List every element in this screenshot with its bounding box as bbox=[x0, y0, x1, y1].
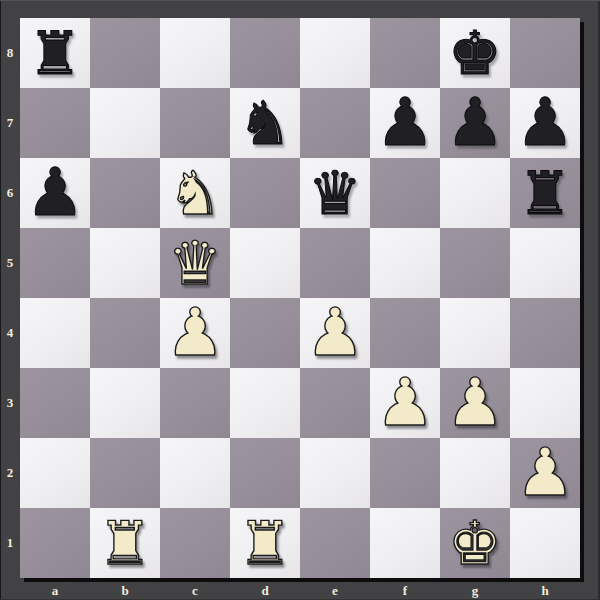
square-b3[interactable] bbox=[90, 368, 160, 438]
square-g3[interactable]: ♟ bbox=[440, 368, 510, 438]
square-g1[interactable]: ♚ bbox=[440, 508, 510, 578]
square-f5[interactable] bbox=[370, 228, 440, 298]
piece-white-king-g1[interactable]: ♚ bbox=[440, 508, 510, 578]
square-c3[interactable] bbox=[160, 368, 230, 438]
piece-white-rook-b1[interactable]: ♜ bbox=[90, 508, 160, 578]
square-d3[interactable] bbox=[230, 368, 300, 438]
square-e3[interactable] bbox=[300, 368, 370, 438]
piece-white-pawn-c4[interactable]: ♟ bbox=[160, 298, 230, 368]
piece-black-pawn-h7[interactable]: ♟ bbox=[510, 88, 580, 158]
square-h6[interactable]: ♜ bbox=[510, 158, 580, 228]
rank-label-3: 3 bbox=[0, 368, 20, 438]
square-b1[interactable]: ♜ bbox=[90, 508, 160, 578]
rank-labels: 87654321 bbox=[0, 18, 20, 578]
square-c5[interactable]: ♛ bbox=[160, 228, 230, 298]
square-g7[interactable]: ♟ bbox=[440, 88, 510, 158]
square-h1[interactable] bbox=[510, 508, 580, 578]
square-a1[interactable] bbox=[20, 508, 90, 578]
square-e7[interactable] bbox=[300, 88, 370, 158]
square-d2[interactable] bbox=[230, 438, 300, 508]
square-g2[interactable] bbox=[440, 438, 510, 508]
piece-white-rook-d1[interactable]: ♜ bbox=[230, 508, 300, 578]
piece-black-rook-a8[interactable]: ♜ bbox=[20, 18, 90, 88]
square-b5[interactable] bbox=[90, 228, 160, 298]
square-c6[interactable]: ♞ bbox=[160, 158, 230, 228]
square-f1[interactable] bbox=[370, 508, 440, 578]
piece-white-pawn-g3[interactable]: ♟ bbox=[440, 368, 510, 438]
square-f2[interactable] bbox=[370, 438, 440, 508]
square-b6[interactable] bbox=[90, 158, 160, 228]
square-a7[interactable] bbox=[20, 88, 90, 158]
square-a6[interactable]: ♟ bbox=[20, 158, 90, 228]
square-a3[interactable] bbox=[20, 368, 90, 438]
piece-black-knight-d7[interactable]: ♞ bbox=[230, 88, 300, 158]
square-c8[interactable] bbox=[160, 18, 230, 88]
square-g8[interactable]: ♚ bbox=[440, 18, 510, 88]
square-f3[interactable]: ♟ bbox=[370, 368, 440, 438]
file-labels: abcdefgh bbox=[20, 582, 580, 600]
square-d8[interactable] bbox=[230, 18, 300, 88]
file-label-g: g bbox=[440, 582, 510, 600]
square-e2[interactable] bbox=[300, 438, 370, 508]
file-label-f: f bbox=[370, 582, 440, 600]
piece-white-pawn-e4[interactable]: ♟ bbox=[300, 298, 370, 368]
square-c4[interactable]: ♟ bbox=[160, 298, 230, 368]
square-e6[interactable]: ♛ bbox=[300, 158, 370, 228]
square-g6[interactable] bbox=[440, 158, 510, 228]
board: ♜♚♞♟♟♟♟♞♛♜♛♟♟♟♟♟♜♜♚ bbox=[20, 18, 580, 578]
piece-white-knight-c6[interactable]: ♞ bbox=[160, 158, 230, 228]
rank-label-5: 5 bbox=[0, 228, 20, 298]
piece-black-pawn-f7[interactable]: ♟ bbox=[370, 88, 440, 158]
square-h7[interactable]: ♟ bbox=[510, 88, 580, 158]
square-f6[interactable] bbox=[370, 158, 440, 228]
square-b2[interactable] bbox=[90, 438, 160, 508]
piece-black-queen-e6[interactable]: ♛ bbox=[300, 158, 370, 228]
square-e4[interactable]: ♟ bbox=[300, 298, 370, 368]
square-a8[interactable]: ♜ bbox=[20, 18, 90, 88]
file-label-c: c bbox=[160, 582, 230, 600]
rank-label-7: 7 bbox=[0, 88, 20, 158]
piece-black-king-g8[interactable]: ♚ bbox=[440, 18, 510, 88]
piece-black-pawn-g7[interactable]: ♟ bbox=[440, 88, 510, 158]
square-h5[interactable] bbox=[510, 228, 580, 298]
square-a2[interactable] bbox=[20, 438, 90, 508]
piece-white-pawn-f3[interactable]: ♟ bbox=[370, 368, 440, 438]
file-label-h: h bbox=[510, 582, 580, 600]
square-e5[interactable] bbox=[300, 228, 370, 298]
file-label-a: a bbox=[20, 582, 90, 600]
square-h4[interactable] bbox=[510, 298, 580, 368]
rank-label-6: 6 bbox=[0, 158, 20, 228]
square-h3[interactable] bbox=[510, 368, 580, 438]
piece-black-pawn-a6[interactable]: ♟ bbox=[20, 158, 90, 228]
square-g4[interactable] bbox=[440, 298, 510, 368]
square-d6[interactable] bbox=[230, 158, 300, 228]
square-h2[interactable]: ♟ bbox=[510, 438, 580, 508]
rank-label-1: 1 bbox=[0, 508, 20, 578]
square-h8[interactable] bbox=[510, 18, 580, 88]
square-f8[interactable] bbox=[370, 18, 440, 88]
piece-black-rook-h6[interactable]: ♜ bbox=[510, 158, 580, 228]
square-d7[interactable]: ♞ bbox=[230, 88, 300, 158]
square-a5[interactable] bbox=[20, 228, 90, 298]
chess-board-frame: 87654321 ♜♚♞♟♟♟♟♞♛♜♛♟♟♟♟♟♜♜♚ abcdefgh bbox=[0, 0, 600, 600]
rank-label-4: 4 bbox=[0, 298, 20, 368]
file-label-e: e bbox=[300, 582, 370, 600]
square-e8[interactable] bbox=[300, 18, 370, 88]
square-f4[interactable] bbox=[370, 298, 440, 368]
square-e1[interactable] bbox=[300, 508, 370, 578]
square-a4[interactable] bbox=[20, 298, 90, 368]
file-label-d: d bbox=[230, 582, 300, 600]
square-d1[interactable]: ♜ bbox=[230, 508, 300, 578]
square-d4[interactable] bbox=[230, 298, 300, 368]
square-g5[interactable] bbox=[440, 228, 510, 298]
piece-white-pawn-h2[interactable]: ♟ bbox=[510, 438, 580, 508]
square-f7[interactable]: ♟ bbox=[370, 88, 440, 158]
rank-label-2: 2 bbox=[0, 438, 20, 508]
rank-label-8: 8 bbox=[0, 18, 20, 88]
square-b4[interactable] bbox=[90, 298, 160, 368]
square-b8[interactable] bbox=[90, 18, 160, 88]
square-c2[interactable] bbox=[160, 438, 230, 508]
square-c7[interactable] bbox=[160, 88, 230, 158]
piece-white-queen-c5[interactable]: ♛ bbox=[160, 228, 230, 298]
square-d5[interactable] bbox=[230, 228, 300, 298]
square-b7[interactable] bbox=[90, 88, 160, 158]
file-label-b: b bbox=[90, 582, 160, 600]
square-c1[interactable] bbox=[160, 508, 230, 578]
